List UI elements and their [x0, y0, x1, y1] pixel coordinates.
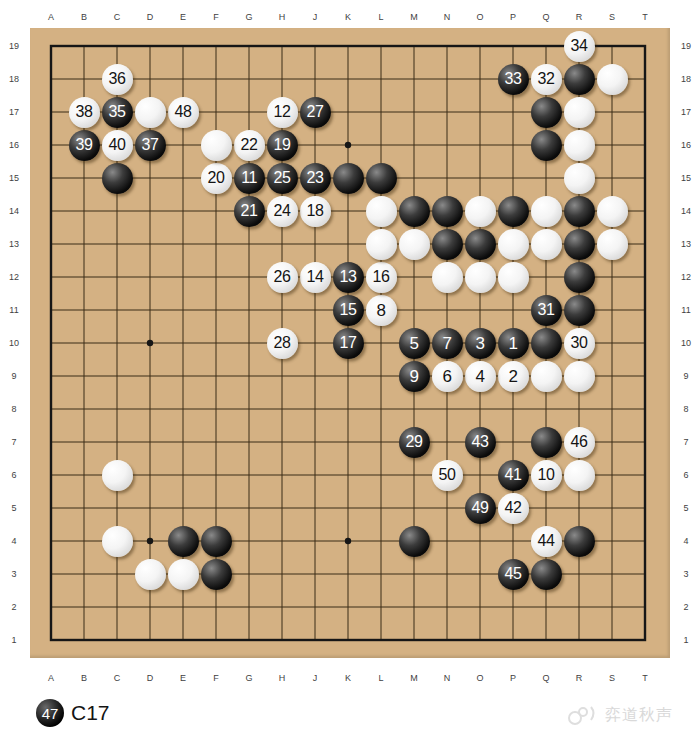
- move-number: 31: [538, 302, 555, 318]
- stone-white-M13: [399, 229, 430, 260]
- coord-col-bottom-T: T: [642, 674, 648, 683]
- stone-white-Q18: 32: [531, 64, 562, 95]
- stone-white-E17: 48: [168, 97, 199, 128]
- coord-row-left-15: 15: [9, 174, 19, 183]
- stone-black-N13: [432, 229, 463, 260]
- stone-white-N9: 6: [432, 361, 463, 392]
- move-number: 48: [175, 104, 192, 120]
- coord-row-left-19: 19: [9, 42, 19, 51]
- stone-black-P6: 41: [498, 460, 529, 491]
- move-number: 12: [274, 104, 291, 120]
- stone-black-C17: 35: [102, 97, 133, 128]
- stone-white-H17: 12: [267, 97, 298, 128]
- move-number: 10: [538, 467, 555, 483]
- coord-row-right-3: 3: [683, 570, 688, 579]
- stone-white-L14: [366, 196, 397, 227]
- stone-white-D3: [135, 559, 166, 590]
- caption-black-stone: 47: [36, 699, 64, 727]
- coord-col-bottom-B: B: [81, 674, 87, 683]
- coord-row-left-6: 6: [11, 471, 16, 480]
- stone-black-Q11: 31: [531, 295, 562, 326]
- coord-col-top-H: H: [279, 13, 286, 22]
- stone-black-D16: 37: [135, 130, 166, 161]
- coord-col-top-F: F: [213, 13, 219, 22]
- coord-row-left-12: 12: [9, 273, 19, 282]
- move-number: 36: [109, 71, 126, 87]
- stone-white-R16: [564, 130, 595, 161]
- coord-col-top-Q: Q: [542, 13, 549, 22]
- move-number: 50: [439, 467, 456, 483]
- stone-black-M14: [399, 196, 430, 227]
- move-number: 26: [274, 269, 291, 285]
- stone-white-B17: 38: [69, 97, 100, 128]
- coord-row-right-1: 1: [683, 636, 688, 645]
- stone-black-Q17: [531, 97, 562, 128]
- stone-white-R19: 34: [564, 31, 595, 62]
- stone-black-R12: [564, 262, 595, 293]
- coord-col-top-K: K: [345, 13, 351, 22]
- stone-white-P9: 2: [498, 361, 529, 392]
- stone-black-O5: 49: [465, 493, 496, 524]
- move-number: 17: [340, 335, 357, 351]
- stone-black-R11: [564, 295, 595, 326]
- coord-col-bottom-O: O: [476, 674, 483, 683]
- stone-black-F3: [201, 559, 232, 590]
- coord-col-bottom-J: J: [313, 674, 318, 683]
- stone-white-J14: 18: [300, 196, 331, 227]
- stone-black-R4: [564, 526, 595, 557]
- stone-black-G15: 11: [234, 163, 265, 194]
- coord-row-left-11: 11: [9, 306, 18, 315]
- stone-white-O12: [465, 262, 496, 293]
- coord-col-top-G: G: [245, 13, 252, 22]
- stone-black-G14: 21: [234, 196, 265, 227]
- move-number: 45: [505, 566, 522, 582]
- coord-col-top-P: P: [510, 13, 516, 22]
- stone-black-Q10: [531, 328, 562, 359]
- stone-black-K12: 13: [333, 262, 364, 293]
- move-number: 38: [76, 104, 93, 120]
- move-number: 41: [505, 467, 522, 483]
- stone-white-P5: 42: [498, 493, 529, 524]
- coord-row-right-13: 13: [681, 240, 691, 249]
- stone-black-M9: 9: [399, 361, 430, 392]
- coord-col-bottom-H: H: [279, 674, 286, 683]
- stone-white-Q14: [531, 196, 562, 227]
- stone-black-Q7: [531, 427, 562, 458]
- stone-black-P18: 33: [498, 64, 529, 95]
- coord-col-top-R: R: [576, 13, 583, 22]
- coord-col-top-E: E: [180, 13, 186, 22]
- stone-white-N12: [432, 262, 463, 293]
- coord-row-left-8: 8: [11, 405, 16, 414]
- coord-row-left-17: 17: [9, 108, 19, 117]
- stone-white-L11: 8: [366, 295, 397, 326]
- move-number: 30: [571, 335, 588, 351]
- stone-white-Q6: 10: [531, 460, 562, 491]
- move-number: 6: [443, 368, 452, 385]
- move-number: 11: [241, 170, 257, 186]
- move-number: 19: [274, 137, 291, 153]
- coord-row-right-14: 14: [681, 207, 691, 216]
- coord-row-left-9: 9: [11, 372, 16, 381]
- stone-black-M7: 29: [399, 427, 430, 458]
- megaphone-icon: [566, 702, 600, 728]
- coord-col-top-M: M: [410, 13, 418, 22]
- coord-col-bottom-C: C: [114, 674, 121, 683]
- move-caption: 47 C17: [36, 699, 110, 727]
- coord-row-right-16: 16: [681, 141, 691, 150]
- stone-black-O7: 43: [465, 427, 496, 458]
- board-grid: 1357911131517192123252729313335373941434…: [35, 30, 662, 657]
- stone-white-D17: [135, 97, 166, 128]
- move-number: 34: [571, 38, 588, 54]
- stone-black-O13: [465, 229, 496, 260]
- watermark: 弈道秋声: [566, 701, 673, 729]
- coord-col-bottom-S: S: [609, 674, 615, 683]
- stone-black-R13: [564, 229, 595, 260]
- coord-row-right-8: 8: [683, 405, 688, 414]
- move-number: 2: [509, 368, 518, 385]
- stone-black-R18: [564, 64, 595, 95]
- coord-col-top-D: D: [147, 13, 154, 22]
- move-number: 25: [274, 170, 291, 186]
- stone-black-C15: [102, 163, 133, 194]
- watermark-brand-text: 弈道秋声: [605, 705, 673, 726]
- coord-col-bottom-M: M: [410, 674, 418, 683]
- stone-white-F16: [201, 130, 232, 161]
- stone-black-Q3: [531, 559, 562, 590]
- coord-col-top-C: C: [114, 13, 121, 22]
- coord-col-bottom-N: N: [444, 674, 451, 683]
- stone-white-F15: 20: [201, 163, 232, 194]
- move-number: 3: [476, 335, 485, 352]
- stone-black-M10: 5: [399, 328, 430, 359]
- coord-col-bottom-A: A: [48, 674, 54, 683]
- stone-white-C4: [102, 526, 133, 557]
- stone-black-P14: [498, 196, 529, 227]
- caption-coordinate: C17: [71, 701, 110, 725]
- stone-black-Q16: [531, 130, 562, 161]
- stone-white-Q4: 44: [531, 526, 562, 557]
- move-number: 46: [571, 434, 588, 450]
- stone-white-R17: [564, 97, 595, 128]
- coord-row-right-7: 7: [683, 438, 688, 447]
- stone-black-F4: [201, 526, 232, 557]
- coord-row-left-5: 5: [11, 504, 16, 513]
- coord-col-top-B: B: [81, 13, 87, 22]
- move-number: 27: [307, 104, 324, 120]
- stone-white-C18: 36: [102, 64, 133, 95]
- move-number: 32: [538, 71, 555, 87]
- move-number: 44: [538, 533, 555, 549]
- stone-white-P12: [498, 262, 529, 293]
- stone-black-E4: [168, 526, 199, 557]
- stone-white-E3: [168, 559, 199, 590]
- coord-row-right-12: 12: [681, 273, 691, 282]
- coord-row-right-15: 15: [681, 174, 691, 183]
- move-number: 9: [410, 368, 419, 385]
- coord-row-left-2: 2: [11, 603, 16, 612]
- stone-black-P3: 45: [498, 559, 529, 590]
- move-number: 33: [505, 71, 522, 87]
- stone-black-H15: 25: [267, 163, 298, 194]
- stone-black-N10: 7: [432, 328, 463, 359]
- stone-white-S18: [597, 64, 628, 95]
- move-number: 18: [307, 203, 324, 219]
- coord-col-top-T: T: [642, 13, 648, 22]
- coord-row-left-16: 16: [9, 141, 19, 150]
- stone-white-N6: 50: [432, 460, 463, 491]
- coord-col-top-L: L: [378, 13, 383, 22]
- coord-col-top-O: O: [476, 13, 483, 22]
- coord-col-bottom-P: P: [510, 674, 516, 683]
- stone-white-C16: 40: [102, 130, 133, 161]
- move-number: 20: [208, 170, 225, 186]
- stone-black-K15: [333, 163, 364, 194]
- stone-white-Q9: [531, 361, 562, 392]
- coord-row-right-11: 11: [681, 306, 690, 315]
- stone-white-S14: [597, 196, 628, 227]
- move-number: 42: [505, 500, 522, 516]
- coord-col-bottom-Q: Q: [542, 674, 549, 683]
- stone-white-O9: 4: [465, 361, 496, 392]
- coord-row-left-13: 13: [9, 240, 19, 249]
- coord-row-right-6: 6: [683, 471, 688, 480]
- stone-black-L15: [366, 163, 397, 194]
- move-number: 39: [76, 137, 93, 153]
- stone-white-R9: [564, 361, 595, 392]
- coord-row-right-4: 4: [683, 537, 688, 546]
- stone-white-C6: [102, 460, 133, 491]
- coord-col-bottom-G: G: [245, 674, 252, 683]
- move-number: 22: [241, 137, 258, 153]
- move-number: 16: [373, 269, 390, 285]
- stone-white-H14: 24: [267, 196, 298, 227]
- coord-col-top-J: J: [313, 13, 318, 22]
- move-number: 7: [443, 335, 452, 352]
- move-number: 43: [472, 434, 489, 450]
- move-number: 15: [340, 302, 357, 318]
- move-number: 23: [307, 170, 324, 186]
- stone-white-J12: 14: [300, 262, 331, 293]
- coord-col-bottom-L: L: [378, 674, 383, 683]
- stone-white-O14: [465, 196, 496, 227]
- coord-row-right-10: 10: [681, 339, 691, 348]
- go-diagram-page: 1357911131517192123252729313335373941434…: [0, 0, 700, 749]
- coord-col-bottom-F: F: [213, 674, 219, 683]
- coord-row-left-18: 18: [9, 75, 19, 84]
- stone-black-K11: 15: [333, 295, 364, 326]
- move-number: 29: [406, 434, 423, 450]
- coord-row-left-1: 1: [11, 636, 16, 645]
- move-number: 13: [340, 269, 357, 285]
- coord-row-right-9: 9: [683, 372, 688, 381]
- coord-row-left-4: 4: [11, 537, 16, 546]
- move-number: 24: [274, 203, 291, 219]
- move-number: 4: [476, 368, 485, 385]
- stone-white-P13: [498, 229, 529, 260]
- move-number: 1: [509, 335, 518, 352]
- stone-black-P10: 1: [498, 328, 529, 359]
- coord-row-right-17: 17: [681, 108, 691, 117]
- stone-white-L12: 16: [366, 262, 397, 293]
- stone-white-Q13: [531, 229, 562, 260]
- stone-white-G16: 22: [234, 130, 265, 161]
- move-number: 37: [142, 137, 159, 153]
- coord-col-bottom-E: E: [180, 674, 186, 683]
- coord-row-right-19: 19: [681, 42, 691, 51]
- coord-col-top-N: N: [444, 13, 451, 22]
- stone-white-R7: 46: [564, 427, 595, 458]
- stone-black-M4: [399, 526, 430, 557]
- move-number: 8: [377, 302, 386, 319]
- stone-white-L13: [366, 229, 397, 260]
- coord-col-bottom-K: K: [345, 674, 351, 683]
- coord-row-left-14: 14: [9, 207, 19, 216]
- move-number: 40: [109, 137, 126, 153]
- move-number: 5: [410, 335, 419, 352]
- stone-white-H12: 26: [267, 262, 298, 293]
- stone-white-R6: [564, 460, 595, 491]
- coord-row-left-7: 7: [11, 438, 16, 447]
- stone-black-H16: 19: [267, 130, 298, 161]
- coord-col-bottom-R: R: [576, 674, 583, 683]
- move-number: 35: [109, 104, 126, 120]
- stone-black-B16: 39: [69, 130, 100, 161]
- stone-white-S13: [597, 229, 628, 260]
- coord-col-bottom-D: D: [147, 674, 154, 683]
- coord-col-top-A: A: [48, 13, 54, 22]
- coord-row-left-3: 3: [11, 570, 16, 579]
- stone-black-K10: 17: [333, 328, 364, 359]
- stone-black-O10: 3: [465, 328, 496, 359]
- stone-black-R14: [564, 196, 595, 227]
- coord-col-top-S: S: [609, 13, 615, 22]
- move-number: 21: [241, 203, 258, 219]
- stone-white-R10: 30: [564, 328, 595, 359]
- stone-black-J15: 23: [300, 163, 331, 194]
- coord-row-right-5: 5: [683, 504, 688, 513]
- caption-move-number: 47: [42, 705, 59, 722]
- coord-row-right-18: 18: [681, 75, 691, 84]
- move-number: 14: [307, 269, 324, 285]
- coord-row-right-2: 2: [683, 603, 688, 612]
- move-number: 28: [274, 335, 291, 351]
- move-number: 49: [472, 500, 489, 516]
- coord-row-left-10: 10: [9, 339, 19, 348]
- stone-black-N14: [432, 196, 463, 227]
- stone-white-H10: 28: [267, 328, 298, 359]
- stone-white-R15: [564, 163, 595, 194]
- stone-black-J17: 27: [300, 97, 331, 128]
